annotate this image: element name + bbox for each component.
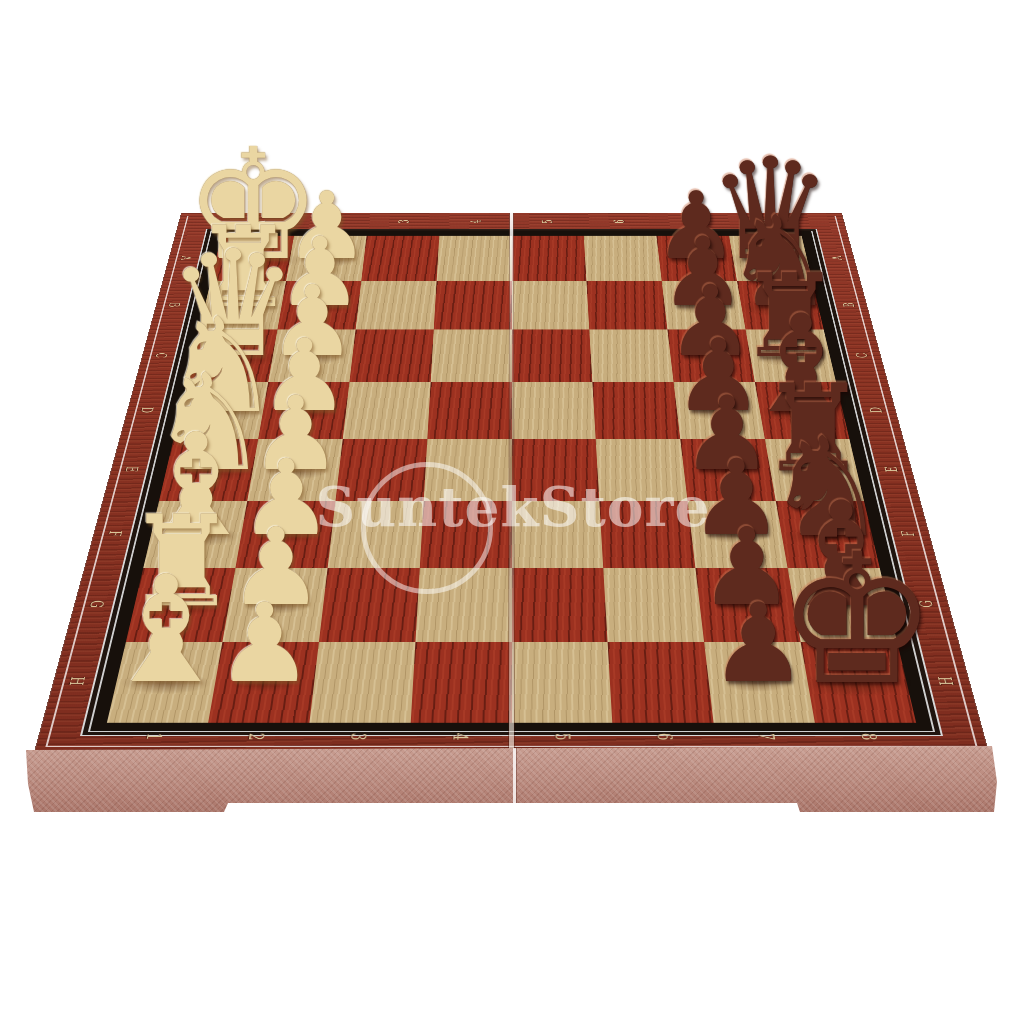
square-g6 bbox=[604, 568, 705, 642]
square-d6 bbox=[593, 382, 681, 439]
label-right-B: B bbox=[840, 303, 858, 307]
square-d3 bbox=[343, 382, 431, 439]
square-f1 bbox=[143, 501, 247, 568]
square-a4 bbox=[436, 236, 511, 281]
square-g8 bbox=[788, 568, 897, 642]
square-c3 bbox=[349, 330, 433, 383]
label-right-A: A bbox=[828, 256, 845, 260]
square-g1 bbox=[126, 568, 235, 642]
square-g5 bbox=[512, 568, 608, 642]
label-bottom-8: 8 bbox=[856, 733, 881, 741]
label-right-F: F bbox=[897, 531, 918, 537]
square-d8 bbox=[755, 382, 850, 439]
label-bottom-2: 2 bbox=[244, 733, 269, 741]
square-d1 bbox=[174, 382, 269, 439]
square-c4 bbox=[430, 330, 511, 383]
square-a1 bbox=[211, 236, 294, 281]
square-c7 bbox=[668, 330, 755, 383]
square-g2 bbox=[222, 568, 327, 642]
label-top-4: 4 bbox=[467, 220, 484, 224]
square-b2 bbox=[277, 281, 361, 330]
square-g7 bbox=[696, 568, 801, 642]
square-c5 bbox=[512, 330, 593, 383]
square-a7 bbox=[657, 236, 738, 281]
label-bottom-6: 6 bbox=[652, 733, 676, 741]
label-bottom-5: 5 bbox=[551, 733, 575, 741]
square-c1 bbox=[187, 330, 277, 383]
square-h8 bbox=[801, 642, 916, 723]
product-photo-scene: ABCDEFGHABCDEFGH1234567812345678 ♚♜♛♞♞♝♜… bbox=[0, 0, 1024, 1024]
square-h3 bbox=[309, 642, 415, 723]
square-f8 bbox=[776, 501, 880, 568]
board-front-edge bbox=[24, 742, 998, 816]
square-b1 bbox=[199, 281, 286, 330]
square-h7 bbox=[704, 642, 815, 723]
square-h2 bbox=[208, 642, 319, 723]
label-bottom-7: 7 bbox=[754, 733, 779, 741]
label-left-G: G bbox=[86, 600, 108, 607]
square-e1 bbox=[159, 439, 258, 501]
square-b5 bbox=[512, 281, 590, 330]
label-right-H: H bbox=[934, 677, 957, 686]
square-d4 bbox=[427, 382, 511, 439]
square-b7 bbox=[662, 281, 746, 330]
label-bottom-4: 4 bbox=[448, 733, 472, 741]
square-c6 bbox=[590, 330, 674, 383]
square-d2 bbox=[258, 382, 349, 439]
square-h5 bbox=[512, 642, 613, 723]
label-left-H: H bbox=[66, 677, 89, 686]
square-e8 bbox=[765, 439, 864, 501]
label-left-D: D bbox=[138, 407, 157, 413]
square-h4 bbox=[410, 642, 511, 723]
label-right-C: C bbox=[852, 353, 870, 358]
square-a5 bbox=[512, 236, 587, 281]
label-bottom-3: 3 bbox=[346, 733, 370, 741]
label-top-8: 8 bbox=[754, 220, 771, 224]
label-right-E: E bbox=[881, 466, 901, 472]
front-fold-seam bbox=[513, 742, 516, 806]
label-top-7: 7 bbox=[682, 220, 699, 224]
square-a3 bbox=[361, 236, 439, 281]
label-left-A: A bbox=[178, 256, 195, 260]
square-a6 bbox=[584, 236, 662, 281]
square-c2 bbox=[268, 330, 355, 383]
label-left-E: E bbox=[122, 466, 142, 472]
square-c8 bbox=[746, 330, 836, 383]
label-top-1: 1 bbox=[252, 220, 269, 224]
square-h6 bbox=[608, 642, 714, 723]
label-left-F: F bbox=[105, 531, 126, 537]
square-b3 bbox=[355, 281, 436, 330]
square-b4 bbox=[433, 281, 511, 330]
watermark-text: SuntekStore bbox=[316, 474, 711, 539]
label-top-3: 3 bbox=[395, 220, 412, 224]
label-top-5: 5 bbox=[539, 220, 556, 224]
square-b6 bbox=[587, 281, 668, 330]
label-left-B: B bbox=[166, 303, 184, 307]
square-d7 bbox=[674, 382, 765, 439]
label-left-C: C bbox=[152, 353, 170, 358]
label-top-6: 6 bbox=[611, 220, 628, 224]
square-h1 bbox=[107, 642, 222, 723]
square-a8 bbox=[729, 236, 812, 281]
square-b8 bbox=[737, 281, 824, 330]
label-right-G: G bbox=[915, 600, 937, 607]
label-top-2: 2 bbox=[324, 220, 341, 224]
watermark-circle-partial bbox=[985, 212, 1024, 312]
label-right-D: D bbox=[866, 407, 885, 413]
square-a2 bbox=[286, 236, 367, 281]
label-bottom-1: 1 bbox=[142, 733, 167, 741]
square-d5 bbox=[512, 382, 596, 439]
